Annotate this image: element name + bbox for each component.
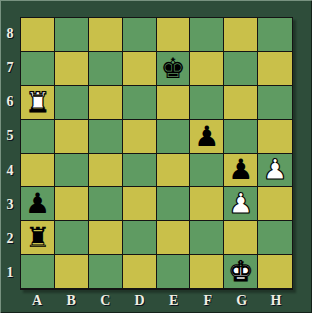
file-label-g: G xyxy=(225,290,259,312)
square-d1[interactable] xyxy=(123,255,157,289)
square-g1[interactable]: ♚ xyxy=(224,255,258,289)
square-a6[interactable]: ♜ xyxy=(21,86,55,120)
rank-label-4: 4 xyxy=(0,154,20,188)
square-f1[interactable] xyxy=(190,255,224,289)
square-e5[interactable] xyxy=(157,120,191,154)
square-f7[interactable] xyxy=(190,52,224,86)
square-d8[interactable] xyxy=(123,18,157,52)
file-labels: ABCDEFGH xyxy=(20,290,293,312)
square-b6[interactable] xyxy=(55,86,89,120)
square-a4[interactable] xyxy=(21,154,55,188)
rank-label-1: 1 xyxy=(0,256,20,290)
square-f5[interactable]: ♟ xyxy=(190,120,224,154)
file-label-b: B xyxy=(54,290,88,312)
black-rook[interactable]: ♜ xyxy=(25,221,50,254)
square-b2[interactable] xyxy=(55,221,89,255)
rank-label-8: 8 xyxy=(0,17,20,51)
square-b8[interactable] xyxy=(55,18,89,52)
square-f8[interactable] xyxy=(190,18,224,52)
square-a1[interactable] xyxy=(21,255,55,289)
square-g5[interactable] xyxy=(224,120,258,154)
white-pawn[interactable]: ♟ xyxy=(263,153,288,186)
square-a8[interactable] xyxy=(21,18,55,52)
square-e1[interactable] xyxy=(157,255,191,289)
square-b4[interactable] xyxy=(55,154,89,188)
square-c7[interactable] xyxy=(89,52,123,86)
square-h2[interactable] xyxy=(258,221,292,255)
white-rook[interactable]: ♜ xyxy=(25,86,50,119)
file-label-f: F xyxy=(191,290,225,312)
white-pawn[interactable]: ♟ xyxy=(228,187,253,220)
black-pawn[interactable]: ♟ xyxy=(228,153,253,186)
square-d3[interactable] xyxy=(123,187,157,221)
file-label-a: A xyxy=(20,290,54,312)
square-a7[interactable] xyxy=(21,52,55,86)
square-f2[interactable] xyxy=(190,221,224,255)
square-c1[interactable] xyxy=(89,255,123,289)
square-h6[interactable] xyxy=(258,86,292,120)
square-d6[interactable] xyxy=(123,86,157,120)
rank-label-5: 5 xyxy=(0,119,20,153)
square-d5[interactable] xyxy=(123,120,157,154)
square-c8[interactable] xyxy=(89,18,123,52)
square-h8[interactable] xyxy=(258,18,292,52)
square-c4[interactable] xyxy=(89,154,123,188)
square-g4[interactable]: ♟ xyxy=(224,154,258,188)
square-e6[interactable] xyxy=(157,86,191,120)
square-c2[interactable] xyxy=(89,221,123,255)
chess-board-frame: 87654321 ♚♜♟♟♟♟♟♜♚ ABCDEFGH xyxy=(0,0,312,313)
square-e4[interactable] xyxy=(157,154,191,188)
square-h4[interactable]: ♟ xyxy=(258,154,292,188)
square-b7[interactable] xyxy=(55,52,89,86)
black-king[interactable]: ♚ xyxy=(160,52,185,85)
square-a3[interactable]: ♟ xyxy=(21,187,55,221)
square-b3[interactable] xyxy=(55,187,89,221)
square-d2[interactable] xyxy=(123,221,157,255)
square-h1[interactable] xyxy=(258,255,292,289)
square-g3[interactable]: ♟ xyxy=(224,187,258,221)
square-g6[interactable] xyxy=(224,86,258,120)
file-label-c: C xyxy=(88,290,122,312)
rank-label-6: 6 xyxy=(0,85,20,119)
square-e7[interactable]: ♚ xyxy=(157,52,191,86)
square-c5[interactable] xyxy=(89,120,123,154)
white-king[interactable]: ♚ xyxy=(228,255,253,288)
square-h7[interactable] xyxy=(258,52,292,86)
file-label-e: E xyxy=(157,290,191,312)
square-b1[interactable] xyxy=(55,255,89,289)
square-e3[interactable] xyxy=(157,187,191,221)
rank-label-2: 2 xyxy=(0,222,20,256)
square-e8[interactable] xyxy=(157,18,191,52)
chess-board: ♚♜♟♟♟♟♟♜♚ xyxy=(20,17,293,290)
square-d7[interactable] xyxy=(123,52,157,86)
square-a5[interactable] xyxy=(21,120,55,154)
rank-labels: 87654321 xyxy=(0,17,20,290)
rank-label-3: 3 xyxy=(0,188,20,222)
square-b5[interactable] xyxy=(55,120,89,154)
square-f3[interactable] xyxy=(190,187,224,221)
file-label-h: H xyxy=(259,290,293,312)
black-pawn[interactable]: ♟ xyxy=(25,187,50,220)
black-pawn[interactable]: ♟ xyxy=(194,120,219,153)
square-g7[interactable] xyxy=(224,52,258,86)
square-a2[interactable]: ♜ xyxy=(21,221,55,255)
file-label-d: D xyxy=(122,290,156,312)
square-g2[interactable] xyxy=(224,221,258,255)
square-f4[interactable] xyxy=(190,154,224,188)
square-g8[interactable] xyxy=(224,18,258,52)
square-c6[interactable] xyxy=(89,86,123,120)
square-h3[interactable] xyxy=(258,187,292,221)
square-h5[interactable] xyxy=(258,120,292,154)
square-f6[interactable] xyxy=(190,86,224,120)
rank-label-7: 7 xyxy=(0,51,20,85)
square-c3[interactable] xyxy=(89,187,123,221)
square-e2[interactable] xyxy=(157,221,191,255)
square-d4[interactable] xyxy=(123,154,157,188)
